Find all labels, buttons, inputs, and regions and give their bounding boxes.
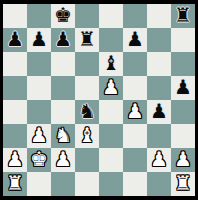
square-b8[interactable]	[27, 4, 51, 28]
square-b4[interactable]	[27, 100, 51, 124]
square-g4[interactable]: ♟	[147, 100, 171, 124]
square-c5[interactable]	[51, 76, 75, 100]
square-f8[interactable]	[123, 4, 147, 28]
square-h8[interactable]: ♜	[171, 4, 195, 28]
chess-board-frame: ♚♜♟♟♟♜♟♝♟♟♞♟♟♟♞♝♟♚♟♟♟♜♜	[0, 0, 198, 200]
square-g1[interactable]	[147, 172, 171, 196]
square-f6[interactable]	[123, 52, 147, 76]
square-d1[interactable]	[75, 172, 99, 196]
square-a5[interactable]	[3, 76, 27, 100]
square-a1[interactable]: ♜	[3, 172, 27, 196]
square-d7[interactable]: ♜	[75, 28, 99, 52]
white-pawn[interactable]: ♟	[102, 75, 120, 99]
black-pawn[interactable]: ♟	[6, 27, 24, 51]
square-g7[interactable]	[147, 28, 171, 52]
square-a8[interactable]	[3, 4, 27, 28]
chess-board: ♚♜♟♟♟♜♟♝♟♟♞♟♟♟♞♝♟♚♟♟♟♜♜	[3, 4, 195, 196]
square-d5[interactable]	[75, 76, 99, 100]
square-a6[interactable]	[3, 52, 27, 76]
square-e4[interactable]	[99, 100, 123, 124]
square-a3[interactable]	[3, 124, 27, 148]
white-rook[interactable]: ♜	[6, 171, 24, 195]
square-c3[interactable]: ♞	[51, 124, 75, 148]
square-c7[interactable]: ♟	[51, 28, 75, 52]
square-f3[interactable]	[123, 124, 147, 148]
white-pawn[interactable]: ♟	[54, 147, 72, 171]
square-d4[interactable]: ♞	[75, 100, 99, 124]
square-e1[interactable]	[99, 172, 123, 196]
white-pawn[interactable]: ♟	[6, 147, 24, 171]
square-f1[interactable]	[123, 172, 147, 196]
square-b6[interactable]	[27, 52, 51, 76]
square-c2[interactable]: ♟	[51, 148, 75, 172]
square-c6[interactable]	[51, 52, 75, 76]
white-bishop[interactable]: ♝	[78, 123, 96, 147]
square-b2[interactable]: ♚	[27, 148, 51, 172]
square-e6[interactable]: ♝	[99, 52, 123, 76]
square-c4[interactable]	[51, 100, 75, 124]
square-b3[interactable]: ♟	[27, 124, 51, 148]
square-e7[interactable]	[99, 28, 123, 52]
square-e3[interactable]	[99, 124, 123, 148]
black-rook[interactable]: ♜	[174, 3, 192, 27]
white-pawn[interactable]: ♟	[150, 147, 168, 171]
square-g2[interactable]: ♟	[147, 148, 171, 172]
square-e5[interactable]: ♟	[99, 76, 123, 100]
black-pawn[interactable]: ♟	[30, 27, 48, 51]
square-c8[interactable]: ♚	[51, 4, 75, 28]
black-bishop[interactable]: ♝	[102, 51, 120, 75]
black-king[interactable]: ♚	[54, 3, 72, 27]
square-h5[interactable]: ♟	[171, 76, 195, 100]
black-pawn[interactable]: ♟	[54, 27, 72, 51]
black-pawn[interactable]: ♟	[174, 75, 192, 99]
square-a2[interactable]: ♟	[3, 148, 27, 172]
black-pawn[interactable]: ♟	[150, 99, 168, 123]
square-g5[interactable]	[147, 76, 171, 100]
square-h1[interactable]: ♜	[171, 172, 195, 196]
square-b1[interactable]	[27, 172, 51, 196]
white-pawn[interactable]: ♟	[30, 123, 48, 147]
square-h6[interactable]	[171, 52, 195, 76]
square-f7[interactable]: ♟	[123, 28, 147, 52]
square-e2[interactable]	[99, 148, 123, 172]
white-rook[interactable]: ♜	[174, 171, 192, 195]
square-d2[interactable]	[75, 148, 99, 172]
square-g3[interactable]	[147, 124, 171, 148]
white-pawn[interactable]: ♟	[126, 99, 144, 123]
square-e8[interactable]	[99, 4, 123, 28]
square-g6[interactable]	[147, 52, 171, 76]
square-a4[interactable]	[3, 100, 27, 124]
black-pawn[interactable]: ♟	[126, 27, 144, 51]
square-d3[interactable]: ♝	[75, 124, 99, 148]
square-h7[interactable]	[171, 28, 195, 52]
square-c1[interactable]	[51, 172, 75, 196]
square-b5[interactable]	[27, 76, 51, 100]
square-b7[interactable]: ♟	[27, 28, 51, 52]
black-rook[interactable]: ♜	[78, 27, 96, 51]
square-f2[interactable]	[123, 148, 147, 172]
square-h4[interactable]	[171, 100, 195, 124]
square-d8[interactable]	[75, 4, 99, 28]
square-a7[interactable]: ♟	[3, 28, 27, 52]
black-knight[interactable]: ♞	[78, 99, 96, 123]
white-knight[interactable]: ♞	[54, 123, 72, 147]
square-d6[interactable]	[75, 52, 99, 76]
square-h3[interactable]	[171, 124, 195, 148]
square-h2[interactable]: ♟	[171, 148, 195, 172]
white-king[interactable]: ♚	[30, 147, 48, 171]
white-pawn[interactable]: ♟	[174, 147, 192, 171]
square-f5[interactable]	[123, 76, 147, 100]
square-f4[interactable]: ♟	[123, 100, 147, 124]
square-g8[interactable]	[147, 4, 171, 28]
